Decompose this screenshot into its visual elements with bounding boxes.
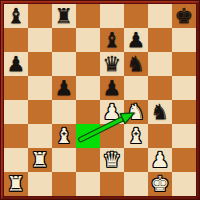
square-g4[interactable]: ♞ <box>148 100 172 124</box>
square-d1[interactable] <box>76 172 100 196</box>
square-d4[interactable] <box>76 100 100 124</box>
square-e6[interactable]: ♛ <box>100 52 124 76</box>
square-d8[interactable] <box>76 4 100 28</box>
square-h4[interactable] <box>172 100 196 124</box>
chess-board: ♝♜♚♝♟♟♛♞♟♟♟♞♞♝♝♜♛♟♜♚ <box>4 4 196 196</box>
square-h8[interactable]: ♚ <box>172 4 196 28</box>
square-b7[interactable] <box>28 28 52 52</box>
square-f8[interactable] <box>124 4 148 28</box>
square-e7[interactable]: ♝ <box>100 28 124 52</box>
square-f3[interactable]: ♝ <box>124 124 148 148</box>
piece-white-rook[interactable]: ♜ <box>7 174 26 195</box>
square-c5[interactable]: ♟ <box>52 76 76 100</box>
square-e4[interactable]: ♟ <box>100 100 124 124</box>
square-f2[interactable] <box>124 148 148 172</box>
square-g1[interactable]: ♚ <box>148 172 172 196</box>
square-b2[interactable]: ♜ <box>28 148 52 172</box>
chess-board-frame: ♝♜♚♝♟♟♛♞♟♟♟♞♞♝♝♜♛♟♜♚ <box>0 0 200 200</box>
square-f1[interactable] <box>124 172 148 196</box>
square-c4[interactable] <box>52 100 76 124</box>
square-c7[interactable] <box>52 28 76 52</box>
piece-white-bishop[interactable]: ♝ <box>55 126 74 147</box>
piece-white-pawn[interactable]: ♟ <box>151 150 170 171</box>
square-h5[interactable] <box>172 76 196 100</box>
square-a8[interactable]: ♝ <box>4 4 28 28</box>
piece-black-knight[interactable]: ♞ <box>151 102 170 123</box>
square-g2[interactable]: ♟ <box>148 148 172 172</box>
piece-black-pawn[interactable]: ♟ <box>127 30 146 51</box>
piece-white-queen[interactable]: ♛ <box>103 150 122 171</box>
square-d2[interactable] <box>76 148 100 172</box>
square-c8[interactable]: ♜ <box>52 4 76 28</box>
square-c6[interactable] <box>52 52 76 76</box>
square-a5[interactable] <box>4 76 28 100</box>
square-b8[interactable] <box>28 4 52 28</box>
piece-black-king[interactable]: ♚ <box>175 6 194 27</box>
square-f7[interactable]: ♟ <box>124 28 148 52</box>
piece-black-pawn[interactable]: ♟ <box>55 78 74 99</box>
square-c2[interactable] <box>52 148 76 172</box>
piece-black-rook[interactable]: ♜ <box>55 6 74 27</box>
square-g3[interactable] <box>148 124 172 148</box>
square-c3[interactable]: ♝ <box>52 124 76 148</box>
square-e5[interactable]: ♟ <box>100 76 124 100</box>
square-e3[interactable] <box>100 124 124 148</box>
square-g5[interactable] <box>148 76 172 100</box>
piece-white-king[interactable]: ♚ <box>151 174 170 195</box>
square-a2[interactable] <box>4 148 28 172</box>
square-a4[interactable] <box>4 100 28 124</box>
piece-black-queen[interactable]: ♛ <box>103 54 122 75</box>
square-d7[interactable] <box>76 28 100 52</box>
piece-white-bishop[interactable]: ♝ <box>127 126 146 147</box>
piece-black-pawn[interactable]: ♟ <box>7 54 26 75</box>
square-f4[interactable]: ♞ <box>124 100 148 124</box>
piece-white-pawn[interactable]: ♟ <box>103 102 122 123</box>
square-h1[interactable] <box>172 172 196 196</box>
square-d3[interactable] <box>76 124 100 148</box>
square-b4[interactable] <box>28 100 52 124</box>
square-a1[interactable]: ♜ <box>4 172 28 196</box>
square-g7[interactable] <box>148 28 172 52</box>
square-d5[interactable] <box>76 76 100 100</box>
square-g6[interactable] <box>148 52 172 76</box>
piece-black-bishop[interactable]: ♝ <box>103 30 122 51</box>
square-c1[interactable] <box>52 172 76 196</box>
square-a7[interactable] <box>4 28 28 52</box>
piece-black-bishop[interactable]: ♝ <box>7 6 26 27</box>
square-f5[interactable] <box>124 76 148 100</box>
square-h2[interactable] <box>172 148 196 172</box>
square-g8[interactable] <box>148 4 172 28</box>
square-h6[interactable] <box>172 52 196 76</box>
square-a6[interactable]: ♟ <box>4 52 28 76</box>
piece-black-pawn[interactable]: ♟ <box>103 78 122 99</box>
square-h7[interactable] <box>172 28 196 52</box>
square-f6[interactable]: ♞ <box>124 52 148 76</box>
square-h3[interactable] <box>172 124 196 148</box>
square-e2[interactable]: ♛ <box>100 148 124 172</box>
square-d6[interactable] <box>76 52 100 76</box>
square-a3[interactable] <box>4 124 28 148</box>
piece-white-knight[interactable]: ♞ <box>127 102 146 123</box>
piece-white-rook[interactable]: ♜ <box>31 150 50 171</box>
square-b5[interactable] <box>28 76 52 100</box>
square-b6[interactable] <box>28 52 52 76</box>
piece-black-knight[interactable]: ♞ <box>127 54 146 75</box>
square-b1[interactable] <box>28 172 52 196</box>
square-e1[interactable] <box>100 172 124 196</box>
square-b3[interactable] <box>28 124 52 148</box>
square-e8[interactable] <box>100 4 124 28</box>
